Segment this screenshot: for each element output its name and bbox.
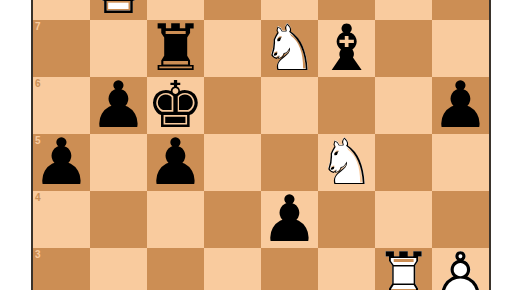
rank-label-6: 6: [35, 78, 41, 90]
square-a4[interactable]: 4: [33, 191, 90, 248]
square-d8[interactable]: [204, 0, 261, 20]
square-e8[interactable]: [261, 0, 318, 20]
white-knight-e7: ♘: [261, 20, 318, 77]
square-g6[interactable]: [375, 77, 432, 134]
square-g8[interactable]: [375, 0, 432, 20]
square-e6[interactable]: [261, 77, 318, 134]
white-rook-g3: ♖: [375, 248, 432, 290]
square-c5[interactable]: ♟: [147, 134, 204, 191]
white-pawn-h3: ♙: [432, 248, 489, 290]
rank-label-4: 4: [35, 192, 41, 204]
square-f8[interactable]: [318, 0, 375, 20]
black-pawn-h6: ♟: [432, 77, 489, 134]
rank-label-7: 7: [35, 21, 41, 33]
square-c7[interactable]: ♜: [147, 20, 204, 77]
square-f6[interactable]: [318, 77, 375, 134]
rank-label-5: 5: [35, 135, 41, 147]
square-h7[interactable]: [432, 20, 489, 77]
square-g5[interactable]: [375, 134, 432, 191]
square-f7[interactable]: ♝: [318, 20, 375, 77]
black-rook-c7: ♜: [147, 20, 204, 77]
square-e3[interactable]: [261, 248, 318, 290]
chess-board: ♚♔7♜♞♘♝6♟♚♟5♟♟♞♘4♟3♜♖♟♙: [31, 0, 491, 290]
square-e7[interactable]: ♞♘: [261, 20, 318, 77]
square-h3[interactable]: ♟♙: [432, 248, 489, 290]
white-pawn-fill-h3: ♟: [432, 248, 489, 290]
white-rook-fill-g3: ♜: [375, 248, 432, 290]
white-knight-fill-e7: ♞: [261, 20, 318, 77]
square-d4[interactable]: [204, 191, 261, 248]
square-b3[interactable]: [90, 248, 147, 290]
square-h5[interactable]: [432, 134, 489, 191]
black-king-c6: ♚: [147, 77, 204, 134]
square-h6[interactable]: ♟: [432, 77, 489, 134]
square-b6[interactable]: ♟: [90, 77, 147, 134]
white-king-fill-b8: ♚: [90, 0, 147, 20]
square-c4[interactable]: [147, 191, 204, 248]
black-bishop-f7: ♝: [318, 20, 375, 77]
square-b7[interactable]: [90, 20, 147, 77]
rank-label-3: 3: [35, 249, 41, 261]
square-d3[interactable]: [204, 248, 261, 290]
square-e4[interactable]: ♟: [261, 191, 318, 248]
square-g4[interactable]: [375, 191, 432, 248]
white-knight-fill-f5: ♞: [318, 134, 375, 191]
square-g7[interactable]: [375, 20, 432, 77]
square-a3[interactable]: 3: [33, 248, 90, 290]
square-b5[interactable]: [90, 134, 147, 191]
square-e5[interactable]: [261, 134, 318, 191]
black-pawn-e4: ♟: [261, 191, 318, 248]
square-c3[interactable]: [147, 248, 204, 290]
square-d6[interactable]: [204, 77, 261, 134]
black-pawn-b6: ♟: [90, 77, 147, 134]
square-f5[interactable]: ♞♘: [318, 134, 375, 191]
square-g3[interactable]: ♜♖: [375, 248, 432, 290]
square-f3[interactable]: [318, 248, 375, 290]
square-a8[interactable]: [33, 0, 90, 20]
black-pawn-c5: ♟: [147, 134, 204, 191]
square-a7[interactable]: 7: [33, 20, 90, 77]
chess-board-viewport: ♚♔7♜♞♘♝6♟♚♟5♟♟♞♘4♟3♜♖♟♙: [0, 0, 516, 290]
square-c6[interactable]: ♚: [147, 77, 204, 134]
square-d5[interactable]: [204, 134, 261, 191]
white-knight-f5: ♘: [318, 134, 375, 191]
square-f4[interactable]: [318, 191, 375, 248]
white-king-b8: ♔: [90, 0, 147, 20]
square-b4[interactable]: [90, 191, 147, 248]
square-h8[interactable]: [432, 0, 489, 20]
square-a6[interactable]: 6: [33, 77, 90, 134]
square-b8[interactable]: ♚♔: [90, 0, 147, 20]
square-h4[interactable]: [432, 191, 489, 248]
square-a5[interactable]: 5♟: [33, 134, 90, 191]
black-pawn-a5: ♟: [33, 134, 90, 191]
square-c8[interactable]: [147, 0, 204, 20]
square-d7[interactable]: [204, 20, 261, 77]
